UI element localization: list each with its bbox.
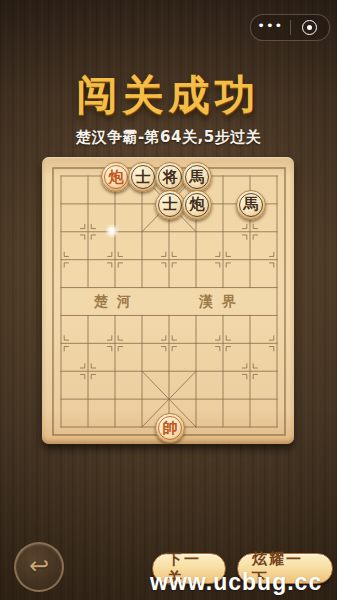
piece-black-advisor[interactable]: 士 <box>128 162 158 192</box>
piece-character: 馬 <box>190 170 205 185</box>
exit-button[interactable] <box>291 15 330 40</box>
piece-red-general[interactable]: 帥 <box>155 413 185 443</box>
piece-character: 馬 <box>244 197 259 212</box>
piece-black-horse[interactable]: 馬 <box>236 190 266 220</box>
exit-target-icon <box>302 20 317 35</box>
replay-arrow-icon: ↩ <box>29 552 49 580</box>
wood-background: ••• 闯关成功 楚汉争霸-第64关,5步过关 楚河 漢界 炮士将馬士炮馬帥 ↩… <box>0 0 337 600</box>
xiangqi-board: 楚河 漢界 炮士将馬士炮馬帥 <box>42 157 294 444</box>
river-label-chu: 楚河 <box>94 293 140 311</box>
replay-button[interactable]: ↩ <box>14 542 64 592</box>
piece-black-general[interactable]: 将 <box>155 162 185 192</box>
sparkle-effect <box>105 224 119 238</box>
more-button[interactable]: ••• <box>251 15 290 40</box>
level-subtitle: 楚汉争霸-第64关,5步过关 <box>0 128 337 147</box>
piece-character: 帥 <box>163 421 178 436</box>
more-dots-icon: ••• <box>257 19 283 36</box>
piece-black-horse[interactable]: 馬 <box>182 162 212 192</box>
piece-character: 士 <box>163 197 178 212</box>
wechat-capsule: ••• <box>250 14 330 41</box>
piece-character: 炮 <box>190 197 205 212</box>
piece-character: 将 <box>163 170 178 185</box>
success-title: 闯关成功 <box>0 68 337 123</box>
piece-black-advisor[interactable]: 士 <box>155 190 185 220</box>
piece-red-cannon[interactable]: 炮 <box>101 162 131 192</box>
piece-character: 士 <box>136 170 151 185</box>
piece-character: 炮 <box>109 170 124 185</box>
piece-black-cannon[interactable]: 炮 <box>182 190 212 220</box>
river-label-han: 漢界 <box>199 293 245 311</box>
watermark-text: www.ucbug.cc <box>150 569 322 596</box>
